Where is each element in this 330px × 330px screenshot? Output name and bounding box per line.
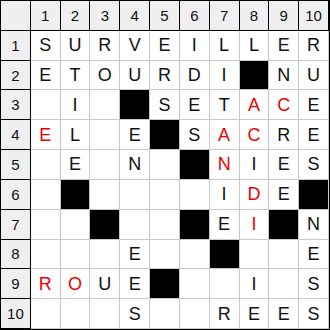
cell-r1c5[interactable]: E — [150, 31, 180, 61]
col-header-3: 3 — [90, 1, 120, 31]
col-header-9: 9 — [269, 1, 299, 31]
black-cell-r6c2 — [61, 180, 91, 210]
cell-r7c7[interactable]: E — [210, 210, 240, 240]
row-header-5: 5 — [1, 150, 31, 180]
cell-r3c5[interactable]: S — [150, 90, 180, 120]
black-cell-r3c4 — [120, 90, 150, 120]
row-header-10: 10 — [1, 299, 31, 329]
cell-r9c10[interactable]: S — [299, 269, 329, 299]
cell-r10c8[interactable]: E — [240, 299, 270, 329]
cell-r6c1[interactable] — [31, 180, 61, 210]
cell-r9c9[interactable] — [269, 269, 299, 299]
cell-r1c8[interactable]: L — [240, 31, 270, 61]
cell-r6c9[interactable]: E — [269, 180, 299, 210]
col-header-1: 1 — [31, 1, 61, 31]
cell-r10c10[interactable]: S — [299, 299, 329, 329]
row-header-3: 3 — [1, 90, 31, 120]
cell-r5c7[interactable]: N — [210, 150, 240, 180]
cell-r2c7[interactable]: I — [210, 61, 240, 91]
cell-r8c9[interactable] — [269, 240, 299, 270]
cell-r5c8[interactable]: I — [240, 150, 270, 180]
cell-r8c2[interactable] — [61, 240, 91, 270]
row-header-1: 1 — [1, 31, 31, 61]
col-header-7: 7 — [210, 1, 240, 31]
cell-r4c1[interactable]: E — [31, 120, 61, 150]
cell-r1c1[interactable]: S — [31, 31, 61, 61]
cell-r2c4[interactable]: U — [120, 61, 150, 91]
cell-r4c6[interactable]: S — [180, 120, 210, 150]
cell-r7c8[interactable]: I — [240, 210, 270, 240]
cell-r8c5[interactable] — [150, 240, 180, 270]
cell-r2c6[interactable]: D — [180, 61, 210, 91]
cell-r1c7[interactable]: L — [210, 31, 240, 61]
cell-r10c4[interactable]: S — [120, 299, 150, 329]
cell-r9c6[interactable] — [180, 269, 210, 299]
cell-r10c9[interactable]: E — [269, 299, 299, 329]
cell-r8c6[interactable] — [180, 240, 210, 270]
col-header-10: 10 — [299, 1, 329, 31]
cell-r6c3[interactable] — [90, 180, 120, 210]
col-header-8: 8 — [240, 1, 270, 31]
col-header-5: 5 — [150, 1, 180, 31]
row-header-2: 2 — [1, 61, 31, 91]
cell-r1c4[interactable]: V — [120, 31, 150, 61]
cell-r5c4[interactable]: N — [120, 150, 150, 180]
cell-r2c9[interactable]: N — [269, 61, 299, 91]
cell-r1c9[interactable]: E — [269, 31, 299, 61]
cell-r7c5[interactable] — [150, 210, 180, 240]
cell-r9c2[interactable]: O — [61, 269, 91, 299]
cell-r3c1[interactable] — [31, 90, 61, 120]
cell-r2c10[interactable]: U — [299, 61, 329, 91]
row-header-8: 8 — [1, 240, 31, 270]
cell-r6c5[interactable] — [150, 180, 180, 210]
cell-r8c1[interactable] — [31, 240, 61, 270]
cell-r3c6[interactable]: E — [180, 90, 210, 120]
crossword-board: 123456789101SURVEILLER2ETOURDINU3ISETACE… — [0, 0, 330, 330]
cell-r8c4[interactable]: E — [120, 240, 150, 270]
cell-r8c3[interactable] — [90, 240, 120, 270]
black-cell-r7c9 — [269, 210, 299, 240]
cell-r7c2[interactable] — [61, 210, 91, 240]
cell-r10c1[interactable] — [31, 299, 61, 329]
black-cell-r5c6 — [180, 150, 210, 180]
black-cell-r6c10 — [299, 180, 329, 210]
cell-r7c4[interactable] — [120, 210, 150, 240]
cell-r5c1[interactable] — [31, 150, 61, 180]
cell-r8c10[interactable]: E — [299, 240, 329, 270]
cell-r9c1[interactable]: R — [31, 269, 61, 299]
cell-r5c5[interactable] — [150, 150, 180, 180]
cell-r2c2[interactable]: T — [61, 61, 91, 91]
black-cell-r7c6 — [180, 210, 210, 240]
cell-r4c2[interactable]: L — [61, 120, 91, 150]
cell-r3c9[interactable]: C — [269, 90, 299, 120]
cell-r3c2[interactable]: I — [61, 90, 91, 120]
cell-r9c3[interactable]: U — [90, 269, 120, 299]
cell-r1c10[interactable]: R — [299, 31, 329, 61]
cell-r3c7[interactable]: T — [210, 90, 240, 120]
col-header-2: 2 — [61, 1, 91, 31]
cell-r5c9[interactable]: E — [269, 150, 299, 180]
black-cell-r9c5 — [150, 269, 180, 299]
cell-r5c2[interactable]: E — [61, 150, 91, 180]
cell-r10c7[interactable]: R — [210, 299, 240, 329]
col-header-6: 6 — [180, 1, 210, 31]
cell-r2c5[interactable]: R — [150, 61, 180, 91]
black-cell-r7c3 — [90, 210, 120, 240]
cell-r10c5[interactable] — [150, 299, 180, 329]
cell-r6c8[interactable]: D — [240, 180, 270, 210]
col-header-4: 4 — [120, 1, 150, 31]
cell-r4c4[interactable]: E — [120, 120, 150, 150]
cell-r9c7[interactable] — [210, 269, 240, 299]
row-header-7: 7 — [1, 210, 31, 240]
cell-r10c6[interactable] — [180, 299, 210, 329]
cell-r4c3[interactable] — [90, 120, 120, 150]
cell-r3c10[interactable]: E — [299, 90, 329, 120]
cell-r9c4[interactable]: E — [120, 269, 150, 299]
row-header-6: 6 — [1, 180, 31, 210]
cell-r1c3[interactable]: R — [90, 31, 120, 61]
cell-r3c8[interactable]: A — [240, 90, 270, 120]
corner-cell — [1, 1, 31, 31]
cell-r5c10[interactable]: S — [299, 150, 329, 180]
cell-r3c3[interactable] — [90, 90, 120, 120]
cell-r4c9[interactable]: R — [269, 120, 299, 150]
cell-r9c8[interactable]: I — [240, 269, 270, 299]
black-cell-r4c5 — [150, 120, 180, 150]
cell-r6c6[interactable] — [180, 180, 210, 210]
cell-r1c6[interactable]: I — [180, 31, 210, 61]
cell-r6c7[interactable]: I — [210, 180, 240, 210]
row-header-4: 4 — [1, 120, 31, 150]
cell-r5c3[interactable] — [90, 150, 120, 180]
black-cell-r8c7 — [210, 240, 240, 270]
row-header-9: 9 — [1, 269, 31, 299]
cell-r1c2[interactable]: U — [61, 31, 91, 61]
cell-r4c7[interactable]: A — [210, 120, 240, 150]
cell-r10c2[interactable] — [61, 299, 91, 329]
cell-r8c8[interactable] — [240, 240, 270, 270]
cell-r4c8[interactable]: C — [240, 120, 270, 150]
cell-r10c3[interactable] — [90, 299, 120, 329]
cell-r7c1[interactable] — [31, 210, 61, 240]
cell-r7c10[interactable]: N — [299, 210, 329, 240]
cell-r4c10[interactable]: E — [299, 120, 329, 150]
cell-r2c3[interactable]: O — [90, 61, 120, 91]
cell-r6c4[interactable] — [120, 180, 150, 210]
black-cell-r2c8 — [240, 61, 270, 91]
cell-r2c1[interactable]: E — [31, 61, 61, 91]
